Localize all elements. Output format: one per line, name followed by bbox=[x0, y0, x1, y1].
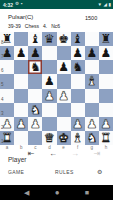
black-king: ♚ bbox=[58, 33, 69, 45]
square-g6[interactable] bbox=[85, 60, 99, 74]
move-number-label: 4. bbox=[43, 23, 47, 29]
square-h6[interactable] bbox=[99, 60, 113, 74]
black-pawn: ♟ bbox=[58, 61, 69, 73]
white-knight: ♞ bbox=[30, 103, 41, 115]
square-f7[interactable]: ♟ bbox=[71, 46, 85, 60]
rank-label-6: 6 bbox=[1, 69, 4, 74]
go-to-end-arrow[interactable]: ⇥ bbox=[90, 150, 104, 158]
square-f1[interactable]: ♝ bbox=[71, 131, 85, 145]
white-pawn: ♟ bbox=[58, 89, 69, 101]
black-rook: ♜ bbox=[101, 33, 112, 45]
black-bishop: ♝ bbox=[30, 33, 41, 45]
square-h8[interactable]: ♜ bbox=[99, 32, 113, 46]
file-label-a: a bbox=[0, 145, 14, 150]
square-h4[interactable] bbox=[99, 89, 113, 103]
black-queen: ♛ bbox=[44, 33, 55, 45]
black-pawn: ♟ bbox=[16, 47, 27, 59]
square-c1[interactable] bbox=[28, 131, 42, 145]
white-queen: ♛ bbox=[44, 131, 55, 143]
square-b3[interactable] bbox=[14, 103, 28, 117]
square-c6[interactable]: ♞ bbox=[28, 60, 42, 74]
square-b4[interactable] bbox=[14, 89, 28, 103]
status-right-icons: ▼ ◢ ▮ bbox=[98, 0, 111, 9]
square-e8[interactable]: ♚ bbox=[57, 32, 71, 46]
square-g1[interactable]: ♞ bbox=[85, 131, 99, 145]
square-d1[interactable]: ♛ bbox=[42, 131, 56, 145]
chess-board: ♜♝♛♚♝♜♟♟♟♟♟♟♞♟♞♟♝♟♟♞♟♟♟♟♟♟♜♛♚♝♞♜ bbox=[0, 32, 113, 145]
android-status-bar: 4:32 ⚙ ▪ ▼ ◢ ▮ bbox=[0, 0, 113, 9]
black-knight: ♞ bbox=[72, 61, 83, 73]
step-back-arrow[interactable]: ← bbox=[46, 150, 60, 158]
white-pawn: ♟ bbox=[101, 117, 112, 129]
square-f6[interactable]: ♞ bbox=[71, 60, 85, 74]
rank-label-8: 8 bbox=[1, 41, 4, 46]
black-pawn: ♟ bbox=[30, 47, 41, 59]
square-e6[interactable]: ♟ bbox=[57, 60, 71, 74]
white-pawn: ♟ bbox=[72, 117, 83, 129]
square-g3[interactable] bbox=[85, 103, 99, 117]
square-f5[interactable] bbox=[71, 74, 85, 88]
square-e3[interactable] bbox=[57, 103, 71, 117]
white-bishop: ♝ bbox=[72, 131, 83, 143]
player-name-label: Player bbox=[8, 156, 26, 163]
square-d8[interactable]: ♛ bbox=[42, 32, 56, 46]
square-b7[interactable]: ♟ bbox=[14, 46, 28, 60]
rank-label-2: 2 bbox=[1, 126, 4, 131]
square-c5[interactable] bbox=[28, 74, 42, 88]
square-g2[interactable]: ♟ bbox=[85, 117, 99, 131]
square-h5[interactable] bbox=[99, 74, 113, 88]
rank-label-7: 7 bbox=[1, 55, 4, 60]
game-menu-button[interactable]: GAME bbox=[8, 169, 24, 175]
square-e4[interactable]: ♟ bbox=[57, 89, 71, 103]
rules-menu-button[interactable]: RULES bbox=[55, 169, 74, 175]
white-pawn: ♟ bbox=[44, 89, 55, 101]
square-g7[interactable]: ♟ bbox=[85, 46, 99, 60]
black-pawn: ♟ bbox=[101, 47, 112, 59]
rank-label-1: 1 bbox=[1, 140, 4, 145]
engine-name-label: Pulsar(C) bbox=[8, 14, 33, 20]
black-pawn: ♟ bbox=[44, 75, 55, 87]
black-bishop: ♝ bbox=[72, 33, 83, 45]
rating-label: 1500 bbox=[85, 15, 97, 21]
square-b1[interactable] bbox=[14, 131, 28, 145]
square-d5[interactable]: ♟ bbox=[42, 74, 56, 88]
square-d4[interactable]: ♟ bbox=[42, 89, 56, 103]
rank-label-4: 4 bbox=[1, 98, 4, 103]
square-c7[interactable]: ♟ bbox=[28, 46, 42, 60]
pulsar-chess-app: 4:32 ⚙ ▪ ▼ ◢ ▮ Pulsar(C) 1500 39-39 Ches… bbox=[0, 0, 113, 200]
white-bishop: ♝ bbox=[86, 75, 97, 87]
black-pawn: ♟ bbox=[72, 47, 83, 59]
square-e2[interactable] bbox=[57, 117, 71, 131]
rank-label-3: 3 bbox=[1, 112, 4, 117]
square-b5[interactable] bbox=[14, 74, 28, 88]
square-c3[interactable]: ♞ bbox=[28, 103, 42, 117]
rank-label-5: 5 bbox=[1, 83, 4, 88]
step-forward-arrow[interactable]: → bbox=[68, 150, 82, 158]
square-f4[interactable] bbox=[71, 89, 85, 103]
battery-icon: ▮ bbox=[109, 2, 111, 7]
material-score-label: 39-39 bbox=[8, 23, 21, 29]
square-d2[interactable] bbox=[42, 117, 56, 131]
signal-icon: ◢ bbox=[104, 2, 107, 7]
square-f8[interactable]: ♝ bbox=[71, 32, 85, 46]
square-h3[interactable] bbox=[99, 103, 113, 117]
black-pawn: ♟ bbox=[86, 47, 97, 59]
square-b8[interactable] bbox=[14, 32, 28, 46]
white-king: ♚ bbox=[58, 131, 69, 143]
recents-icon[interactable]: ■ bbox=[85, 189, 89, 196]
square-e1[interactable]: ♚ bbox=[57, 131, 71, 145]
gear-icon: ⚙ bbox=[15, 2, 19, 7]
square-d7[interactable] bbox=[42, 46, 56, 60]
square-g5[interactable]: ♝ bbox=[85, 74, 99, 88]
home-icon[interactable]: ● bbox=[55, 189, 60, 197]
variant-label: Chess bbox=[25, 23, 39, 29]
square-d3[interactable] bbox=[42, 103, 56, 117]
square-h2[interactable]: ♟ bbox=[99, 117, 113, 131]
white-knight: ♞ bbox=[86, 131, 97, 143]
status-time: 4:32 bbox=[3, 2, 13, 8]
back-icon[interactable]: ◀ bbox=[24, 189, 29, 196]
white-pawn: ♟ bbox=[30, 117, 41, 129]
square-b6[interactable] bbox=[14, 60, 28, 74]
square-g4[interactable] bbox=[85, 89, 99, 103]
white-rook: ♜ bbox=[101, 131, 112, 143]
notification-icon: ▪ bbox=[21, 2, 23, 7]
square-c2[interactable]: ♟ bbox=[28, 117, 42, 131]
square-b2[interactable]: ♟ bbox=[14, 117, 28, 131]
square-d6[interactable] bbox=[42, 60, 56, 74]
wifi-icon: ▼ bbox=[98, 2, 102, 7]
white-pawn: ♟ bbox=[86, 117, 97, 129]
settings-gear-icon[interactable]: ⚙ bbox=[97, 168, 102, 175]
square-f2[interactable]: ♟ bbox=[71, 117, 85, 131]
square-c8[interactable]: ♝ bbox=[28, 32, 42, 46]
square-h7[interactable]: ♟ bbox=[99, 46, 113, 60]
square-f3[interactable] bbox=[71, 103, 85, 117]
move-navigation: ⇤←→⇥ bbox=[24, 149, 104, 158]
square-e7[interactable] bbox=[57, 46, 71, 60]
square-c4[interactable] bbox=[28, 89, 42, 103]
white-pawn: ♟ bbox=[16, 117, 27, 129]
android-nav-bar: ◀ ● ■ bbox=[0, 185, 113, 200]
square-e5[interactable] bbox=[57, 74, 71, 88]
black-knight: ♞ bbox=[30, 61, 41, 73]
game-info-line: 39-39 Chess 4. Nc6 bbox=[8, 23, 60, 29]
square-g8[interactable] bbox=[85, 32, 99, 46]
square-h1[interactable]: ♜ bbox=[99, 131, 113, 145]
move-san-label: Nc6 bbox=[51, 23, 60, 29]
